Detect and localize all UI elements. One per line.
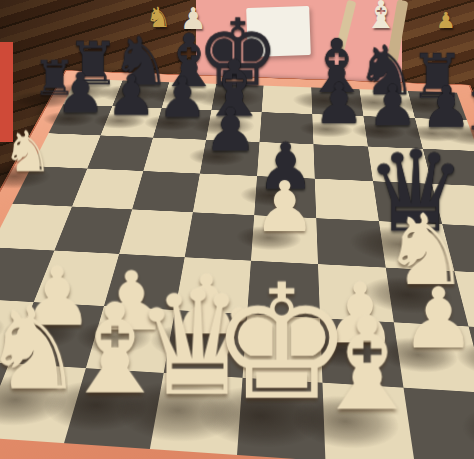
board-3d-wrap: ♜♞♝♚♝♞♜♟♟♟♝♟♟♟♟♟♟♛♞♟♟♟♟♟♟♟♜♞♝♛♚♝♜♜♜♞: [0, 79, 474, 459]
white-knight[interactable]: ♞: [0, 123, 80, 180]
chess-app-scene: ♞♟♝♟ ♜♞♝♚♝♞♜♟♟♟♝♟♟♟♟♟♟♛♞♟♟♟♟♟♟♟♜♞♝♛♚♝♜♜♜…: [0, 0, 474, 459]
gold-pawn-figurine: ♟: [436, 10, 456, 32]
white-rook[interactable]: ♜: [462, 333, 474, 439]
piece-layer: ♜♞♝♚♝♞♜♟♟♟♝♟♟♟♟♟♟♛♞♟♟♟♟♟♟♟♜♞♝♛♚♝♜♜♜♞: [0, 79, 474, 459]
white-bishop[interactable]: ♝: [290, 300, 445, 428]
white-pawn[interactable]: ♟: [226, 172, 344, 242]
